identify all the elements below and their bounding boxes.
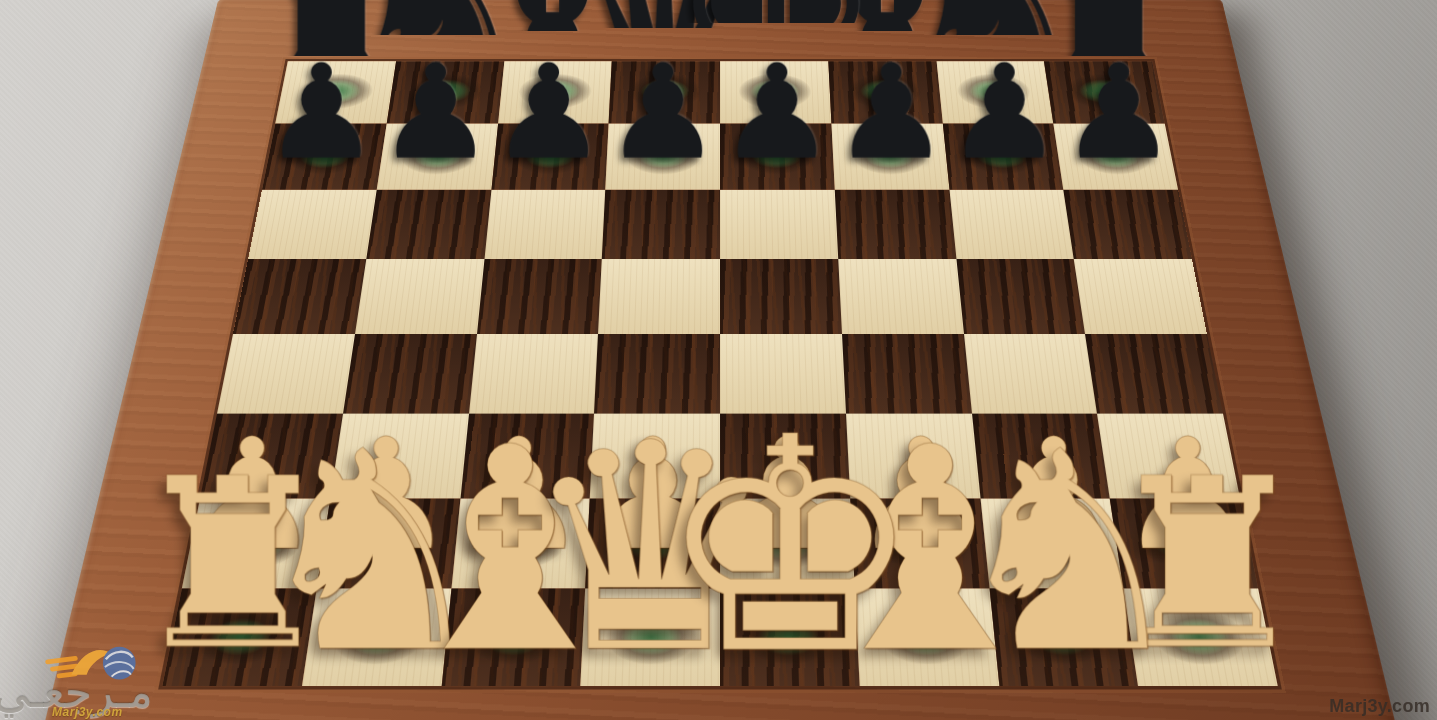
black-pawn-f7: ♟ — [832, 46, 949, 177]
square-f6 — [834, 189, 956, 259]
square-e7: ♟ — [720, 123, 834, 189]
watermark-bottom-left: مـرجعـي Marj3y.com — [0, 618, 215, 720]
scene: ♜♞♝♛♚♝♞♜♟♟♟♟♟♟♟♟♟♟♟♟♟♟♟♟♜♞♝♛♚♝♞♜ — [0, 0, 1437, 720]
square-d5 — [598, 260, 720, 334]
chess-board-squares: ♜♞♝♛♚♝♞♜♟♟♟♟♟♟♟♟♟♟♟♟♟♟♟♟♜♞♝♛♚♝♞♜ — [162, 61, 1277, 686]
square-a5 — [233, 260, 366, 334]
square-e1: ♚ — [720, 589, 859, 686]
square-b5 — [355, 260, 484, 334]
black-pawn-a7: ♟ — [263, 46, 380, 177]
square-d6 — [602, 189, 720, 259]
square-c6 — [484, 189, 606, 259]
black-pawn-e7: ♟ — [718, 46, 835, 177]
square-b6 — [366, 189, 491, 259]
square-d7: ♟ — [606, 123, 720, 189]
square-e6 — [720, 189, 838, 259]
square-e5 — [720, 260, 842, 334]
square-c5 — [477, 260, 602, 334]
black-pawn-g7: ♟ — [946, 46, 1063, 177]
square-h5 — [1074, 260, 1207, 334]
black-pawn-b7: ♟ — [377, 46, 494, 177]
black-pawn-d7: ♟ — [604, 46, 721, 177]
square-a6 — [248, 189, 377, 259]
square-f7: ♟ — [831, 123, 949, 189]
white-king-e1: ♚ — [657, 399, 923, 695]
black-pawn-h7: ♟ — [1060, 46, 1177, 177]
chess-board-frame: ♜♞♝♛♚♝♞♜♟♟♟♟♟♟♟♟♟♟♟♟♟♟♟♟♜♞♝♛♚♝♞♜ — [27, 0, 1414, 720]
square-h6 — [1063, 189, 1192, 259]
watermark-site-url-left: Marj3y.com — [52, 705, 123, 719]
square-g5 — [956, 260, 1085, 334]
watermark-site-url-right: Marj3y.com — [1329, 696, 1430, 717]
square-g6 — [949, 189, 1074, 259]
square-b7: ♟ — [377, 123, 498, 189]
square-a7: ♟ — [262, 123, 386, 189]
square-f5 — [838, 260, 963, 334]
square-c7: ♟ — [491, 123, 609, 189]
square-g7: ♟ — [942, 123, 1063, 189]
black-pawn-c7: ♟ — [490, 46, 607, 177]
photo-stage: ♜♞♝♛♚♝♞♜♟♟♟♟♟♟♟♟♟♟♟♟♟♟♟♟♜♞♝♛♚♝♞♜ مـرجعـي… — [0, 0, 1437, 720]
square-h7: ♟ — [1054, 123, 1178, 189]
